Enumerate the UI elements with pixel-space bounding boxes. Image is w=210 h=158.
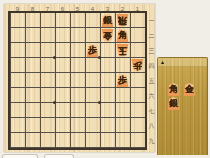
star-point	[53, 101, 56, 104]
piece-gold-32: 金	[101, 29, 114, 42]
star-point	[98, 101, 101, 104]
board-grid: 銀飛金角歩玉歩歩	[8, 11, 147, 150]
rank-label-1: 一	[147, 13, 156, 28]
shogi-board[interactable]: 987654321 一二三四五六七八九 銀飛金角歩玉歩歩	[4, 4, 155, 152]
hand-piece-silver: 銀	[167, 97, 180, 110]
star-point	[53, 56, 56, 59]
rank-label-6: 六	[147, 88, 156, 103]
piece-rook-21: 飛	[116, 14, 129, 27]
rank-label-9: 九	[147, 133, 156, 148]
piece-king-23: 玉	[116, 44, 129, 57]
star-point	[98, 56, 101, 59]
rank-label-8: 八	[147, 118, 156, 133]
widget-button-left[interactable]	[2, 154, 38, 158]
piece-pawn-43: 歩	[86, 44, 99, 57]
sente-marker-icon: ▲	[160, 59, 165, 66]
rank-labels: 一二三四五六七八九	[147, 13, 156, 148]
piece-bishop-22: 角	[116, 29, 129, 42]
piece-pawn-14: 歩	[131, 59, 144, 72]
piece-silver-31: 銀	[101, 14, 114, 27]
rank-label-4: 四	[147, 58, 156, 73]
sente-hand-stand: ▲ 角金銀	[157, 57, 208, 155]
hand-piece-bishop: 角	[167, 83, 180, 96]
hand-piece-gold: 金	[183, 83, 196, 96]
tsume-shogi-widget: 987654321 一二三四五六七八九 銀飛金角歩玉歩歩 ▲ 角金銀	[0, 0, 210, 158]
widget-button-right[interactable]	[44, 154, 74, 158]
rank-label-2: 二	[147, 28, 156, 43]
hand-header: ▲	[158, 58, 207, 67]
piece-pawn-25: 歩	[116, 74, 129, 87]
rank-label-5: 五	[147, 73, 156, 88]
rank-label-3: 三	[147, 43, 156, 58]
rank-label-7: 七	[147, 103, 156, 118]
